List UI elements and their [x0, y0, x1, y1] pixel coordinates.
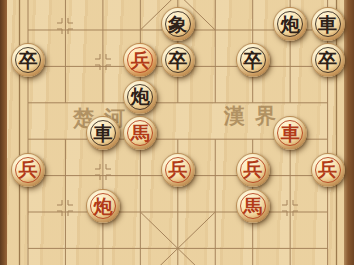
piece-red-soldier[interactable]: 兵	[236, 153, 270, 187]
piece-ring	[315, 47, 341, 73]
piece-red-cannon[interactable]: 炮	[86, 189, 120, 223]
piece-ring	[127, 84, 153, 110]
piece-ring	[127, 47, 153, 73]
piece-character: 兵	[318, 160, 337, 179]
piece-black-soldier[interactable]: 卒	[161, 43, 195, 77]
piece-black-chariot[interactable]: 車	[311, 7, 345, 41]
piece-character: 卒	[19, 50, 38, 69]
piece-character: 卒	[243, 50, 262, 69]
piece-ring	[165, 47, 191, 73]
board-right-edge	[344, 0, 354, 265]
piece-ring	[240, 157, 266, 183]
piece-ring	[240, 47, 266, 73]
piece-black-elephant[interactable]: 象	[161, 7, 195, 41]
piece-ring	[315, 11, 341, 37]
piece-character: 兵	[131, 50, 150, 69]
piece-character: 炮	[131, 87, 150, 106]
piece-ring	[15, 47, 41, 73]
piece-black-soldier[interactable]: 卒	[236, 43, 270, 77]
piece-black-soldier[interactable]: 卒	[311, 43, 345, 77]
board-left-edge	[0, 0, 7, 265]
piece-character: 兵	[168, 160, 187, 179]
piece-ring	[165, 157, 191, 183]
piece-character: 卒	[168, 50, 187, 69]
piece-black-cannon[interactable]: 炮	[123, 80, 157, 114]
piece-red-soldier[interactable]: 兵	[161, 153, 195, 187]
piece-red-horse[interactable]: 馬	[236, 189, 270, 223]
piece-character: 炮	[93, 196, 112, 215]
piece-black-chariot[interactable]: 車	[86, 116, 120, 150]
piece-character: 兵	[243, 160, 262, 179]
piece-character: 兵	[19, 160, 38, 179]
piece-red-soldier[interactable]: 兵	[11, 153, 45, 187]
piece-red-soldier[interactable]: 兵	[311, 153, 345, 187]
piece-character: 炮	[281, 14, 300, 33]
xiangqi-board[interactable]: 楚河 漢界 象炮車卒兵卒卒卒炮車馬車兵兵兵兵炮馬	[0, 0, 354, 265]
piece-ring	[315, 157, 341, 183]
piece-ring	[165, 11, 191, 37]
piece-black-cannon[interactable]: 炮	[273, 7, 307, 41]
piece-ring	[15, 157, 41, 183]
piece-ring	[90, 120, 116, 146]
piece-character: 車	[318, 14, 337, 33]
piece-ring	[277, 11, 303, 37]
piece-ring	[277, 120, 303, 146]
piece-ring	[240, 193, 266, 219]
piece-ring	[127, 120, 153, 146]
piece-character: 馬	[131, 123, 150, 142]
piece-character: 象	[168, 14, 187, 33]
piece-character: 車	[281, 123, 300, 142]
piece-character: 卒	[318, 50, 337, 69]
piece-character: 車	[93, 123, 112, 142]
piece-ring	[90, 193, 116, 219]
piece-character: 馬	[243, 196, 262, 215]
